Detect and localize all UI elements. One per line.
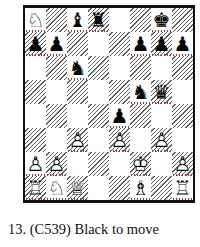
square-h5[interactable] [172, 80, 193, 104]
piece-white-rook: ♜♖ [172, 176, 193, 200]
square-b3[interactable] [46, 128, 67, 152]
chess-board: ♞♘♝♜♚♟♟♟♟♟♞♞♛♟♟♙♟♙♟♙♟♙♟♙♚♔♟♙♜♖♞♘♛♕♝♗♜♖ [25, 8, 193, 200]
square-c8[interactable]: ♝ [67, 8, 88, 32]
piece-black-bishop: ♝ [67, 8, 88, 32]
square-c7[interactable] [67, 32, 88, 56]
square-e8[interactable] [109, 8, 130, 32]
piece-black-pawn: ♟ [151, 32, 172, 56]
square-d6[interactable] [88, 56, 109, 80]
square-g3[interactable]: ♟♙ [151, 128, 172, 152]
square-c3[interactable]: ♟♙ [67, 128, 88, 152]
square-h6[interactable] [172, 56, 193, 80]
piece-black-pawn: ♟ [25, 32, 46, 56]
square-e2[interactable] [109, 152, 130, 176]
square-g8[interactable]: ♚ [151, 8, 172, 32]
square-b2[interactable]: ♟♙ [46, 152, 67, 176]
square-f3[interactable] [130, 128, 151, 152]
square-a2[interactable]: ♟♙ [25, 152, 46, 176]
square-h7[interactable]: ♟ [172, 32, 193, 56]
square-h3[interactable] [172, 128, 193, 152]
square-c4[interactable] [67, 104, 88, 128]
piece-white-rook: ♜♖ [25, 176, 46, 200]
piece-white-king: ♚♔ [130, 152, 151, 176]
piece-white-queen: ♛♕ [67, 176, 88, 200]
square-a7[interactable]: ♟ [25, 32, 46, 56]
square-c5[interactable] [67, 80, 88, 104]
piece-black-knight: ♞ [67, 56, 88, 80]
page: ♞♘♝♜♚♟♟♟♟♟♞♞♛♟♟♙♟♙♟♙♟♙♟♙♚♔♟♙♜♖♞♘♛♕♝♗♜♖ 1… [0, 0, 200, 247]
piece-white-pawn: ♟♙ [151, 128, 172, 152]
square-g6[interactable] [151, 56, 172, 80]
square-h4[interactable] [172, 104, 193, 128]
square-g7[interactable]: ♟ [151, 32, 172, 56]
piece-white-pawn: ♟♙ [172, 152, 193, 176]
square-a8[interactable]: ♞♘ [25, 8, 46, 32]
piece-black-knight: ♞ [130, 80, 151, 104]
square-b7[interactable]: ♟ [46, 32, 67, 56]
square-d4[interactable] [88, 104, 109, 128]
piece-black-pawn: ♟ [109, 104, 130, 128]
piece-white-pawn: ♟♙ [46, 152, 67, 176]
square-d5[interactable] [88, 80, 109, 104]
square-f7[interactable]: ♟ [130, 32, 151, 56]
piece-black-rook: ♜ [88, 8, 109, 32]
square-a3[interactable] [25, 128, 46, 152]
square-h1[interactable]: ♜♖ [172, 176, 193, 200]
square-d8[interactable]: ♜ [88, 8, 109, 32]
square-g5[interactable]: ♛ [151, 80, 172, 104]
piece-white-knight: ♞♘ [46, 176, 67, 200]
square-e3[interactable]: ♟♙ [109, 128, 130, 152]
piece-white-pawn: ♟♙ [25, 152, 46, 176]
square-h2[interactable]: ♟♙ [172, 152, 193, 176]
square-c1[interactable]: ♛♕ [67, 176, 88, 200]
square-b4[interactable] [46, 104, 67, 128]
square-f5[interactable]: ♞ [130, 80, 151, 104]
square-a4[interactable] [25, 104, 46, 128]
square-b5[interactable] [46, 80, 67, 104]
square-f2[interactable]: ♚♔ [130, 152, 151, 176]
square-g1[interactable] [151, 176, 172, 200]
square-c6[interactable]: ♞ [67, 56, 88, 80]
piece-white-bishop: ♝♗ [130, 176, 151, 200]
square-d1[interactable] [88, 176, 109, 200]
square-b8[interactable] [46, 8, 67, 32]
piece-black-pawn: ♟ [46, 32, 67, 56]
square-f6[interactable] [130, 56, 151, 80]
square-e4[interactable]: ♟ [109, 104, 130, 128]
square-e5[interactable] [109, 80, 130, 104]
piece-black-queen: ♛ [151, 80, 172, 104]
chess-board-frame: ♞♘♝♜♚♟♟♟♟♟♞♞♛♟♟♙♟♙♟♙♟♙♟♙♚♔♟♙♜♖♞♘♛♕♝♗♜♖ [23, 5, 195, 203]
square-b6[interactable] [46, 56, 67, 80]
square-b1[interactable]: ♞♘ [46, 176, 67, 200]
piece-black-pawn: ♟ [172, 32, 193, 56]
square-a6[interactable] [25, 56, 46, 80]
square-e7[interactable] [109, 32, 130, 56]
square-h8[interactable] [172, 8, 193, 32]
piece-white-knight: ♞♘ [25, 8, 46, 32]
square-e1[interactable] [109, 176, 130, 200]
square-g4[interactable] [151, 104, 172, 128]
square-d2[interactable] [88, 152, 109, 176]
square-c2[interactable] [67, 152, 88, 176]
piece-white-pawn: ♟♙ [109, 128, 130, 152]
square-f1[interactable]: ♝♗ [130, 176, 151, 200]
square-g2[interactable] [151, 152, 172, 176]
piece-black-pawn: ♟ [130, 32, 151, 56]
square-f4[interactable] [130, 104, 151, 128]
square-a1[interactable]: ♜♖ [25, 176, 46, 200]
square-f8[interactable] [130, 8, 151, 32]
diagram-caption: 13. (C539) Black to move [8, 221, 159, 238]
square-d3[interactable] [88, 128, 109, 152]
square-a5[interactable] [25, 80, 46, 104]
square-d7[interactable] [88, 32, 109, 56]
piece-black-king: ♚ [151, 8, 172, 32]
piece-white-pawn: ♟♙ [67, 128, 88, 152]
square-e6[interactable] [109, 56, 130, 80]
